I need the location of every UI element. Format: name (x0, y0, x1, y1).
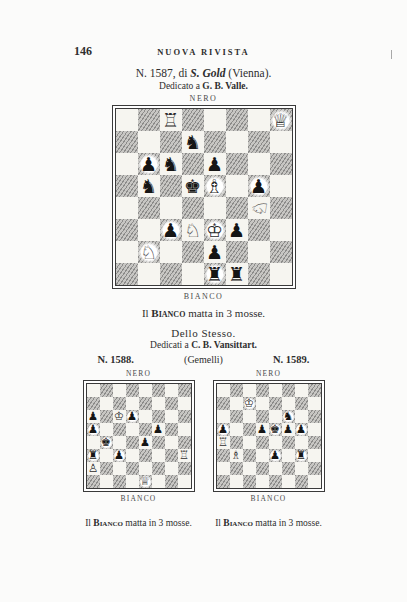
same-author-line: Dello Stesso. (0, 327, 407, 339)
chess-board-1588: ♟♔♟♟♟♚♟♜♟♖♙♕ (83, 380, 195, 492)
square-g3: ♜ (295, 449, 308, 462)
square-h4 (270, 197, 292, 219)
square-g6 (165, 410, 178, 423)
stipulation-side: Bianco (151, 307, 185, 319)
square-h1 (178, 475, 191, 488)
square-d8 (256, 384, 269, 397)
square-c2 (243, 462, 256, 475)
square-h5 (178, 423, 191, 436)
square-g1 (248, 263, 270, 285)
square-h5 (270, 175, 292, 197)
stipulation-1588: Il Bianco matta in 3 mosse. (85, 518, 192, 528)
stipulation-1588-side: Bianco (93, 518, 123, 528)
black-side-label-1588: NERO (126, 369, 151, 378)
square-b1 (138, 263, 160, 285)
square-d5: ♚ (182, 175, 204, 197)
square-g1 (165, 475, 178, 488)
square-f5: ♟ (152, 423, 165, 436)
square-a6 (116, 153, 138, 175)
square-g6 (248, 153, 270, 175)
square-e7 (204, 131, 226, 153)
square-a1 (217, 475, 230, 488)
square-g3 (165, 449, 178, 462)
chess-board-1588-grid: ♟♔♟♟♟♚♟♜♟♖♙♕ (86, 383, 192, 489)
square-e6 (139, 410, 152, 423)
square-f3 (282, 449, 295, 462)
square-e6: ♟ (204, 153, 226, 175)
problem-1587-title: N. 1587, di S. Gold (Vienna). (0, 67, 407, 79)
black-pawn-g5: ♟ (295, 423, 308, 436)
square-a4 (116, 197, 138, 219)
square-e3 (139, 449, 152, 462)
square-d6 (182, 153, 204, 175)
stipulation-1587: Il Bianco matta in 3 mosse. (0, 307, 407, 319)
square-f7 (226, 131, 248, 153)
square-f5: ♟ (282, 423, 295, 436)
white-knight-d3: ♘ (182, 219, 204, 241)
square-d1 (182, 263, 204, 285)
square-f3 (152, 449, 165, 462)
square-f8 (152, 384, 165, 397)
square-f3: ♟ (226, 219, 248, 241)
square-f1 (152, 475, 165, 488)
square-f4 (226, 197, 248, 219)
square-b5 (230, 423, 243, 436)
stipulation-post: matta in 3 mosse. (188, 307, 265, 319)
black-pawn-f5: ♟ (282, 423, 295, 436)
white-king-c7: ♔ (243, 397, 256, 410)
black-knight-b5: ♞ (138, 175, 160, 197)
square-h1 (308, 475, 321, 488)
square-a2 (116, 241, 138, 263)
square-c3: ♟ (160, 219, 182, 241)
square-g2 (248, 241, 270, 263)
square-b1 (230, 475, 243, 488)
square-c2 (113, 462, 126, 475)
white-knight-g4: ♘ (246, 195, 271, 220)
square-b7 (138, 131, 160, 153)
problem-1588-number: N. 1588. (98, 354, 134, 365)
main-board-wrap: ♖♕♞♟♞♟♞♚♗♟♘♟♘♔♟♘♟♜♜ (0, 105, 407, 289)
chess-board-1589: ♔♞♟♟♚♟♟♖♗♟♜ (213, 380, 325, 492)
black-pawn-d6: ♟ (126, 410, 139, 423)
square-h6 (270, 153, 292, 175)
square-d8 (182, 109, 204, 131)
twin-dedication-text: Dedicati a (150, 340, 189, 350)
white-king-c6: ♔ (113, 410, 126, 423)
square-g1 (295, 475, 308, 488)
square-h3 (270, 219, 292, 241)
square-h8 (308, 384, 321, 397)
white-rook-h3: ♖ (178, 449, 191, 462)
black-king-d5: ♚ (182, 175, 204, 197)
square-d3: ♘ (182, 219, 204, 241)
square-b5: ♞ (138, 175, 160, 197)
problem-1588-column: NERO ♟♔♟♟♟♚♟♜♟♖♙♕ BIANCO Il Bianco matta… (83, 367, 195, 528)
square-c8: ♖ (160, 109, 182, 131)
stipulation-1588-pre: Il (85, 518, 91, 528)
black-pawn-b6: ♟ (138, 153, 160, 175)
square-e8 (139, 384, 152, 397)
square-a8 (217, 384, 230, 397)
black-pawn-c3: ♟ (113, 449, 126, 462)
square-b6 (100, 410, 113, 423)
square-e1: ♕ (139, 475, 152, 488)
square-e7 (139, 397, 152, 410)
black-king-b4: ♚ (100, 436, 113, 449)
square-e5: ♚ (269, 423, 282, 436)
square-a3 (217, 449, 230, 462)
square-g4: ♘ (248, 197, 270, 219)
square-d4 (126, 436, 139, 449)
square-h3 (308, 449, 321, 462)
square-d7: ♞ (182, 131, 204, 153)
square-f2 (226, 241, 248, 263)
square-e3: ♔ (204, 219, 226, 241)
square-f8 (226, 109, 248, 131)
square-b2 (100, 462, 113, 475)
stipulation-1589-side: Bianco (223, 518, 253, 528)
white-queen-h8: ♕ (270, 109, 292, 131)
square-c5 (160, 175, 182, 197)
black-knight-c6: ♞ (160, 153, 182, 175)
twin-boards-row: NERO ♟♔♟♟♟♚♟♜♟♖♙♕ BIANCO Il Bianco matta… (0, 367, 407, 528)
journal-title: NUOVA RIVISTA (0, 44, 407, 57)
square-g8 (248, 109, 270, 131)
square-d1 (126, 475, 139, 488)
page-header: 146 NUOVA RIVISTA (0, 44, 407, 59)
square-h2 (270, 241, 292, 263)
square-c4 (160, 197, 182, 219)
white-side-label: BIANCO (0, 292, 407, 301)
black-rook-e1: ♜ (204, 263, 226, 285)
black-side-label-1589: NERO (256, 369, 281, 378)
square-h8 (178, 384, 191, 397)
square-c3: ♟ (113, 449, 126, 462)
square-g5: ♟ (248, 175, 270, 197)
square-g4 (165, 436, 178, 449)
square-h7 (178, 397, 191, 410)
square-c1 (160, 263, 182, 285)
black-pawn-f3: ♟ (226, 219, 248, 241)
square-b6: ♟ (138, 153, 160, 175)
square-b3: ♗ (230, 449, 243, 462)
white-queen-e1: ♕ (139, 475, 152, 488)
square-h1 (270, 263, 292, 285)
square-c1 (243, 475, 256, 488)
square-f6 (226, 153, 248, 175)
black-pawn-g5: ♟ (248, 175, 270, 197)
square-d3 (256, 449, 269, 462)
problem-1589-number: N. 1589. (273, 354, 309, 365)
square-g7 (248, 131, 270, 153)
black-rook-g3: ♜ (295, 449, 308, 462)
square-e2: ♟ (204, 241, 226, 263)
black-pawn-d5: ♟ (256, 423, 269, 436)
white-king-e3: ♔ (204, 219, 226, 241)
square-d5: ♟ (256, 423, 269, 436)
black-knight-d7: ♞ (182, 131, 204, 153)
square-f7 (152, 397, 165, 410)
square-a2 (217, 462, 230, 475)
white-rook-c8: ♖ (160, 109, 182, 131)
square-g2 (295, 462, 308, 475)
square-d4 (182, 197, 204, 219)
square-h4 (308, 436, 321, 449)
square-a1 (87, 475, 100, 488)
square-f8 (282, 384, 295, 397)
square-a7 (217, 397, 230, 410)
square-d5 (126, 423, 139, 436)
square-b7 (100, 397, 113, 410)
page-number: 146 (74, 44, 92, 59)
square-g7 (165, 397, 178, 410)
square-a5 (116, 175, 138, 197)
square-e8 (204, 109, 226, 131)
square-d1 (256, 475, 269, 488)
square-e8 (269, 384, 282, 397)
white-bishop-e5: ♗ (204, 175, 226, 197)
square-g8 (295, 384, 308, 397)
square-e1 (269, 475, 282, 488)
square-e4: ♟ (139, 436, 152, 449)
square-h5 (308, 423, 321, 436)
square-c3 (243, 449, 256, 462)
square-e1: ♜ (204, 263, 226, 285)
black-pawn-e4: ♟ (139, 436, 152, 449)
square-f2 (282, 462, 295, 475)
square-c8 (113, 384, 126, 397)
square-g5 (165, 423, 178, 436)
problem-number: N. 1587, di (136, 67, 188, 79)
black-pawn-e2: ♟ (204, 241, 226, 263)
square-b1 (100, 475, 113, 488)
square-a8 (87, 384, 100, 397)
dedication-text: Dedicato a (159, 81, 200, 91)
chess-board-1587: ♖♕♞♟♞♟♞♚♗♟♘♟♘♔♟♘♟♜♜ (112, 105, 296, 289)
square-f1: ♜ (226, 263, 248, 285)
problem-1589-column: NERO ♔♞♟♟♚♟♟♖♗♟♜ BIANCO Il Bianco matta … (213, 367, 325, 528)
stipulation-1589: Il Bianco matta in 3 mosse. (215, 518, 322, 528)
square-a7 (116, 131, 138, 153)
square-g7 (295, 397, 308, 410)
square-b4: ♚ (100, 436, 113, 449)
square-f4 (282, 436, 295, 449)
stipulation-1589-post: matta in 3 mosse. (255, 518, 322, 528)
square-h3: ♖ (178, 449, 191, 462)
square-f4 (152, 436, 165, 449)
black-pawn-c3: ♟ (160, 219, 182, 241)
square-d7 (256, 397, 269, 410)
square-c6: ♞ (160, 153, 182, 175)
square-g5: ♟ (295, 423, 308, 436)
square-a5: ♟ (87, 423, 100, 436)
square-e7 (269, 397, 282, 410)
dedicatee-name: G. B. Valle. (202, 81, 248, 91)
square-b8 (138, 109, 160, 131)
twin-label: (Gemelli) (184, 354, 223, 365)
square-c4 (243, 436, 256, 449)
square-f5 (226, 175, 248, 197)
square-e3: ♟ (269, 449, 282, 462)
square-f1 (282, 475, 295, 488)
square-b8 (100, 384, 113, 397)
square-g2 (165, 462, 178, 475)
square-h8: ♕ (270, 109, 292, 131)
square-h2 (178, 462, 191, 475)
twin-dedication-line: Dedicati a C. B. Vansittart. (0, 340, 407, 350)
square-e5: ♗ (204, 175, 226, 197)
black-pawn-a5: ♟ (87, 423, 100, 436)
black-king-e5: ♚ (269, 423, 282, 436)
square-b4 (138, 197, 160, 219)
square-e2 (269, 462, 282, 475)
square-h6 (178, 410, 191, 423)
square-d2 (126, 462, 139, 475)
white-side-label-1589: BIANCO (251, 494, 287, 503)
stipulation-pre: Il (142, 307, 149, 319)
square-d6: ♟ (126, 410, 139, 423)
square-g8 (165, 384, 178, 397)
author-city: (Vienna). (228, 67, 271, 79)
square-c7 (160, 131, 182, 153)
twin-dedicatee-name: C. B. Vansittart. (191, 340, 257, 350)
white-side-label-1588: BIANCO (121, 494, 157, 503)
square-c6: ♔ (113, 410, 126, 423)
square-d8 (126, 384, 139, 397)
square-c1 (113, 475, 126, 488)
square-b7 (230, 397, 243, 410)
square-h7 (308, 397, 321, 410)
square-a3 (116, 219, 138, 241)
white-bishop-b3: ♗ (230, 449, 243, 462)
white-rook-a4: ♖ (217, 436, 230, 449)
black-pawn-f5: ♟ (152, 423, 165, 436)
magazine-page: 146 NUOVA RIVISTA N. 1587, di S. Gold (V… (0, 44, 407, 602)
square-h6 (308, 410, 321, 423)
square-h7 (270, 131, 292, 153)
square-c6 (243, 410, 256, 423)
square-b6 (230, 410, 243, 423)
square-d4 (256, 436, 269, 449)
square-a1 (116, 263, 138, 285)
chess-board-1589-grid: ♔♞♟♟♚♟♟♖♗♟♜ (216, 383, 322, 489)
square-c2 (160, 241, 182, 263)
twin-numbers-row: N. 1588. (Gemelli) N. 1589. (98, 354, 310, 365)
square-f2 (152, 462, 165, 475)
author-name: S. Gold (190, 67, 225, 79)
black-rook-f1: ♜ (226, 263, 248, 285)
square-c5 (243, 423, 256, 436)
black-pawn-e6: ♟ (204, 153, 226, 175)
square-d3 (126, 449, 139, 462)
square-b2 (230, 462, 243, 475)
black-pawn-e3: ♟ (269, 449, 282, 462)
square-a4: ♖ (217, 436, 230, 449)
dedication-line: Dedicato a G. B. Valle. (0, 81, 407, 91)
stipulation-1589-pre: Il (215, 518, 221, 528)
square-b3 (138, 219, 160, 241)
white-pawn-a2: ♙ (87, 462, 100, 475)
square-a8 (116, 109, 138, 131)
square-h2 (308, 462, 321, 475)
square-d2 (256, 462, 269, 475)
square-b8 (230, 384, 243, 397)
black-side-label: NERO (0, 94, 407, 103)
square-g3 (248, 219, 270, 241)
square-a2: ♙ (87, 462, 100, 475)
square-b2: ♘ (138, 241, 160, 263)
square-c5 (113, 423, 126, 436)
chess-board-1587-grid: ♖♕♞♟♞♟♞♚♗♟♘♟♘♔♟♘♟♜♜ (115, 108, 293, 286)
square-d2 (182, 241, 204, 263)
stipulation-1588-post: matta in 3 mosse. (125, 518, 192, 528)
square-e4 (204, 197, 226, 219)
square-b3 (100, 449, 113, 462)
white-knight-b2: ♘ (138, 241, 160, 263)
square-c7: ♔ (243, 397, 256, 410)
